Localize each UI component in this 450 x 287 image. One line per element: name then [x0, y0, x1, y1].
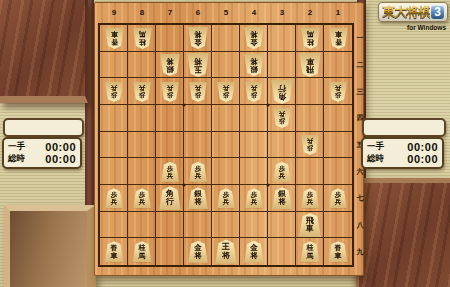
file-label: 6	[184, 5, 212, 21]
piece-king-sente[interactable]: 王将	[215, 240, 237, 264]
clock-total-time: 00:00	[407, 153, 438, 165]
app-logo-version: 3	[431, 5, 444, 19]
piece-silver-gote[interactable]: 銀将	[160, 54, 180, 76]
piece-pawn-gote[interactable]: 歩兵	[329, 82, 347, 102]
app-logo-title: 東大将棋	[382, 3, 430, 21]
clock-move-time: 00:00	[407, 141, 438, 153]
piece-pawn-gote[interactable]: 歩兵	[301, 135, 319, 155]
hoshi-dot	[267, 184, 270, 187]
left-player-clock: 一手 00:00 総時 00:00	[2, 137, 82, 169]
piece-silver-gote[interactable]: 銀将	[244, 54, 264, 76]
clock-total-label: 総時	[8, 153, 25, 165]
file-label: 4	[240, 5, 268, 21]
clock-total-time: 00:00	[45, 153, 76, 165]
piece-pawn-gote[interactable]: 歩兵	[161, 82, 179, 102]
piece-lance-sente[interactable]: 香車	[105, 241, 124, 262]
right-player-nameplate	[362, 118, 446, 137]
rank-label: 三	[355, 78, 365, 105]
file-label: 8	[128, 5, 156, 21]
file-label: 3	[268, 5, 296, 21]
file-label: 7	[156, 5, 184, 21]
file-label: 5	[212, 5, 240, 21]
piece-pawn-sente[interactable]: 歩兵	[245, 188, 263, 208]
piece-rook-sente[interactable]: 飛車	[299, 213, 321, 237]
piece-silver-sente[interactable]: 銀将	[188, 187, 208, 209]
piece-silver-sente[interactable]: 銀将	[272, 187, 292, 209]
piece-bishop-gote[interactable]: 角行	[271, 80, 293, 104]
app-logo-subtitle: for Windows	[407, 24, 446, 31]
piece-pawn-gote[interactable]: 歩兵	[245, 82, 263, 102]
file-label: 9	[100, 5, 128, 21]
piece-knight-gote[interactable]: 桂馬	[301, 28, 320, 49]
piece-pawn-sente[interactable]: 歩兵	[329, 188, 347, 208]
hoshi-dot	[183, 184, 186, 187]
piece-pawn-sente[interactable]: 歩兵	[161, 162, 179, 182]
rank-label: 二	[355, 52, 365, 79]
clock-move-label: 一手	[8, 141, 25, 153]
rank-label: 九	[355, 238, 365, 265]
piece-gold-sente[interactable]: 金将	[188, 241, 208, 263]
tatami-background: 987654321 香車桂馬金将金将桂馬香車銀将玉将銀将飛車歩兵歩兵歩兵歩兵歩兵…	[0, 0, 450, 287]
rank-label: 八	[355, 212, 365, 239]
piece-pawn-sente[interactable]: 歩兵	[133, 188, 151, 208]
piece-rook-gote[interactable]: 飛車	[299, 53, 321, 77]
right-player-clock: 一手 00:00 総時 00:00	[361, 137, 444, 169]
pieces-layer: 香車桂馬金将金将桂馬香車銀将玉将銀将飛車歩兵歩兵歩兵歩兵歩兵歩兵角行歩兵歩兵歩兵…	[100, 25, 352, 265]
piece-pawn-sente[interactable]: 歩兵	[273, 162, 291, 182]
sente-captured-piece-tray	[356, 178, 450, 287]
hoshi-dot	[183, 104, 186, 107]
file-labels: 987654321	[100, 5, 352, 21]
piece-pawn-gote[interactable]: 歩兵	[105, 82, 123, 102]
piece-pawn-gote[interactable]: 歩兵	[133, 82, 151, 102]
shogi-board: 987654321 香車桂馬金将金将桂馬香車銀将玉将銀将飛車歩兵歩兵歩兵歩兵歩兵…	[94, 2, 364, 276]
piece-knight-sente[interactable]: 桂馬	[301, 241, 320, 262]
piece-lance-sente[interactable]: 香車	[329, 241, 348, 262]
piece-gold-gote[interactable]: 金将	[244, 27, 264, 49]
piece-pawn-gote[interactable]: 歩兵	[189, 82, 207, 102]
piece-pawn-sente[interactable]: 歩兵	[105, 188, 123, 208]
piece-pawn-sente[interactable]: 歩兵	[217, 188, 235, 208]
piece-bishop-sente[interactable]: 角行	[159, 186, 181, 210]
left-player-nameplate	[3, 118, 84, 137]
piece-pawn-gote[interactable]: 歩兵	[217, 82, 235, 102]
hoshi-dot	[267, 104, 270, 107]
piece-lance-gote[interactable]: 香車	[329, 28, 348, 49]
piece-pawn-sente[interactable]: 歩兵	[189, 162, 207, 182]
file-label: 1	[324, 5, 352, 21]
clock-move-time: 00:00	[45, 141, 76, 153]
piece-lance-gote[interactable]: 香車	[105, 28, 124, 49]
rank-label: 七	[355, 185, 365, 212]
piece-gold-gote[interactable]: 金将	[188, 27, 208, 49]
piece-box	[4, 205, 96, 287]
app-logo: 東大将棋 3 for Windows	[358, 2, 448, 31]
piece-knight-gote[interactable]: 桂馬	[133, 28, 152, 49]
piece-pawn-gote[interactable]: 歩兵	[273, 108, 291, 128]
clock-total-label: 総時	[367, 153, 384, 165]
file-label: 2	[296, 5, 324, 21]
piece-king-gote[interactable]: 玉将	[187, 53, 209, 77]
clock-move-label: 一手	[367, 141, 384, 153]
piece-gold-sente[interactable]: 金将	[244, 241, 264, 263]
piece-knight-sente[interactable]: 桂馬	[133, 241, 152, 262]
gote-captured-piece-tray	[0, 0, 88, 103]
piece-pawn-sente[interactable]: 歩兵	[301, 188, 319, 208]
